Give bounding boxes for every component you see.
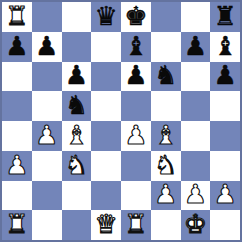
square-f3[interactable]: ♞ [151, 151, 181, 181]
white-pawn-piece: ♟ [5, 152, 28, 178]
square-a4[interactable] [2, 121, 32, 151]
square-g1[interactable]: ♚ [181, 210, 211, 240]
square-a5[interactable] [2, 91, 32, 121]
square-a3[interactable]: ♟ [2, 151, 32, 181]
square-c4[interactable]: ♝ [62, 121, 92, 151]
square-e6[interactable]: ♟ [121, 62, 151, 92]
square-d3[interactable] [91, 151, 121, 181]
square-g8[interactable] [181, 2, 211, 32]
square-f5[interactable] [151, 91, 181, 121]
square-d4[interactable] [91, 121, 121, 151]
white-queen-piece: ♛ [94, 211, 117, 237]
white-pawn-piece: ♟ [154, 181, 177, 207]
square-g2[interactable]: ♟ [181, 181, 211, 211]
square-b4[interactable]: ♟ [32, 121, 62, 151]
square-a7[interactable]: ♟ [2, 32, 32, 62]
square-d7[interactable] [91, 32, 121, 62]
square-f8[interactable] [151, 2, 181, 32]
white-rook-piece: ♜ [5, 211, 28, 237]
square-a1[interactable]: ♜ [2, 210, 32, 240]
square-b2[interactable] [32, 181, 62, 211]
square-g5[interactable] [181, 91, 211, 121]
white-pawn-piece: ♟ [124, 122, 147, 148]
square-a8[interactable]: ♜ [2, 2, 32, 32]
black-knight-piece: ♞ [154, 62, 177, 88]
square-e3[interactable] [121, 151, 151, 181]
square-g3[interactable] [181, 151, 211, 181]
square-c8[interactable] [62, 2, 92, 32]
white-bishop-piece: ♝ [65, 122, 88, 148]
white-knight-piece: ♞ [154, 152, 177, 178]
white-pawn-piece: ♟ [184, 181, 207, 207]
square-h3[interactable] [210, 151, 240, 181]
square-c7[interactable] [62, 32, 92, 62]
square-e4[interactable]: ♟ [121, 121, 151, 151]
black-queen-piece: ♛ [94, 3, 117, 29]
square-f4[interactable]: ♝ [151, 121, 181, 151]
square-b5[interactable] [32, 91, 62, 121]
square-h8[interactable]: ♜ [210, 2, 240, 32]
white-rook-piece: ♜ [5, 3, 28, 29]
square-d2[interactable] [91, 181, 121, 211]
square-d5[interactable] [91, 91, 121, 121]
black-bishop-piece: ♝ [213, 33, 236, 59]
square-h2[interactable]: ♟ [210, 181, 240, 211]
square-g7[interactable]: ♟ [181, 32, 211, 62]
black-rook-piece: ♜ [213, 3, 236, 29]
square-h4[interactable] [210, 121, 240, 151]
square-b7[interactable]: ♟ [32, 32, 62, 62]
white-king-piece: ♚ [184, 211, 207, 237]
black-bishop-piece: ♝ [124, 33, 147, 59]
square-f6[interactable]: ♞ [151, 62, 181, 92]
square-b3[interactable] [32, 151, 62, 181]
square-d1[interactable]: ♛ [91, 210, 121, 240]
black-king-piece: ♚ [124, 3, 147, 29]
square-e2[interactable] [121, 181, 151, 211]
square-h1[interactable] [210, 210, 240, 240]
white-pawn-piece: ♟ [213, 181, 236, 207]
square-g4[interactable] [181, 121, 211, 151]
square-c6[interactable]: ♟ [62, 62, 92, 92]
black-knight-piece: ♞ [65, 92, 88, 118]
white-rook-piece: ♜ [124, 211, 147, 237]
square-b1[interactable] [32, 210, 62, 240]
square-e5[interactable] [121, 91, 151, 121]
square-e7[interactable]: ♝ [121, 32, 151, 62]
square-g6[interactable] [181, 62, 211, 92]
black-pawn-piece: ♟ [213, 62, 236, 88]
black-pawn-piece: ♟ [5, 33, 28, 59]
black-pawn-piece: ♟ [184, 33, 207, 59]
square-b6[interactable] [32, 62, 62, 92]
white-knight-piece: ♞ [65, 152, 88, 178]
square-h7[interactable]: ♝ [210, 32, 240, 62]
black-pawn-piece: ♟ [65, 62, 88, 88]
square-b8[interactable] [32, 2, 62, 32]
square-c1[interactable] [62, 210, 92, 240]
square-f1[interactable] [151, 210, 181, 240]
black-pawn-piece: ♟ [124, 62, 147, 88]
chess-board: ♜♛♚♜♟♟♝♟♝♟♟♞♟♞♟♝♟♝♟♞♞♟♟♟♜♛♜♚ [0, 0, 242, 242]
square-d6[interactable] [91, 62, 121, 92]
square-e8[interactable]: ♚ [121, 2, 151, 32]
square-c3[interactable]: ♞ [62, 151, 92, 181]
square-d8[interactable]: ♛ [91, 2, 121, 32]
square-c5[interactable]: ♞ [62, 91, 92, 121]
square-c2[interactable] [62, 181, 92, 211]
white-bishop-piece: ♝ [154, 122, 177, 148]
square-a2[interactable] [2, 181, 32, 211]
square-e1[interactable]: ♜ [121, 210, 151, 240]
black-pawn-piece: ♟ [35, 33, 58, 59]
square-h6[interactable]: ♟ [210, 62, 240, 92]
square-f7[interactable] [151, 32, 181, 62]
square-f2[interactable]: ♟ [151, 181, 181, 211]
square-a6[interactable] [2, 62, 32, 92]
white-pawn-piece: ♟ [35, 122, 58, 148]
square-h5[interactable] [210, 91, 240, 121]
